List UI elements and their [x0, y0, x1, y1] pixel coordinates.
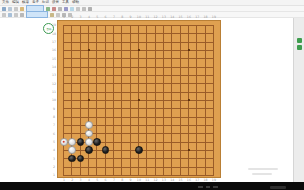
black-stone[interactable] — [77, 155, 85, 163]
workspace: 围棋 12345678910111213141516171819 1918171… — [0, 18, 304, 182]
toolbar-icon[interactable] — [52, 7, 56, 11]
coordinate-label: 12 — [154, 178, 158, 182]
star-point — [188, 99, 190, 101]
coordinate-label: 4 — [88, 178, 90, 182]
black-stone[interactable] — [85, 146, 93, 154]
coordinate-label: 7 — [113, 15, 115, 19]
coordinate-label: 10 — [137, 15, 141, 19]
coordinate-label: 9 — [130, 178, 132, 182]
coordinate-label: 5 — [53, 140, 55, 144]
coordinate-label: 8 — [53, 115, 55, 119]
coordinate-label: 3 — [80, 178, 82, 182]
coordinate-label: 19 — [212, 178, 216, 182]
menu-item[interactable]: 文件 — [2, 0, 9, 5]
coordinate-label: 17 — [195, 178, 199, 182]
seal-label: 围棋 — [46, 27, 51, 30]
menu-item[interactable]: 工具 — [62, 0, 69, 5]
right-scroll-strip[interactable] — [293, 18, 304, 182]
bottom-bar-mark — [198, 186, 203, 188]
coordinate-label: 14 — [52, 65, 56, 69]
coordinate-label: 12 — [52, 82, 56, 86]
coordinate-label: 19 — [212, 15, 216, 19]
coordinate-label: 14 — [170, 15, 174, 19]
white-stone[interactable] — [85, 138, 93, 146]
coordinate-label: 5 — [96, 178, 98, 182]
toolbar-selected-chip-2[interactable] — [26, 11, 48, 18]
coordinate-label: 10 — [52, 98, 56, 102]
menu-item[interactable]: 帮助 — [72, 0, 79, 5]
coordinate-label: 15 — [179, 178, 183, 182]
toolbar-icon[interactable] — [8, 7, 12, 11]
black-stone[interactable] — [77, 138, 85, 146]
coordinate-label: 17 — [195, 15, 199, 19]
coordinate-label: 19 — [52, 23, 56, 27]
coordinate-label: 2 — [71, 178, 73, 182]
coordinate-label: 14 — [170, 178, 174, 182]
toolbar-icon[interactable] — [82, 7, 86, 11]
bottom-bar-mark — [206, 186, 210, 188]
coordinate-label: 1 — [63, 178, 65, 182]
coordinate-label: 7 — [53, 123, 55, 127]
bottom-black-bar — [0, 182, 304, 190]
coordinate-label: 18 — [204, 178, 208, 182]
watermark-mark — [248, 168, 278, 170]
coordinate-label: 1 — [53, 173, 55, 177]
coordinate-label: 12 — [154, 15, 158, 19]
toolbar-icon[interactable] — [76, 7, 80, 11]
coordinate-label: 2 — [53, 165, 55, 169]
coordinate-label: 4 — [88, 15, 90, 19]
coordinate-label: 3 — [80, 15, 82, 19]
star-point — [188, 149, 190, 151]
bottom-bar-mark — [213, 186, 218, 188]
white-stone[interactable] — [85, 130, 93, 138]
white-stone[interactable] — [68, 138, 76, 146]
toolbar-icon[interactable] — [50, 13, 54, 17]
coordinate-label: 15 — [52, 57, 56, 61]
coordinate-label: 13 — [162, 178, 166, 182]
star-point — [88, 99, 90, 101]
white-stone[interactable] — [68, 146, 76, 154]
toolbar-icon[interactable] — [20, 13, 24, 17]
coordinate-label: 6 — [105, 178, 107, 182]
coordinate-label: 13 — [52, 73, 56, 77]
toolbar-icon[interactable] — [20, 7, 24, 11]
board-stones-layer[interactable] — [63, 25, 214, 176]
watermark-mark — [252, 173, 272, 175]
coordinate-label: 17 — [52, 40, 56, 44]
coordinate-label: 9 — [130, 15, 132, 19]
coordinate-label: 18 — [52, 32, 56, 36]
toolbar-icon[interactable] — [64, 7, 68, 11]
black-stone[interactable] — [102, 146, 110, 154]
menu-item[interactable]: 设置 — [52, 0, 59, 5]
toolbar-icon[interactable] — [70, 7, 74, 11]
coordinate-label: 11 — [52, 90, 56, 94]
toolbar-icon[interactable] — [2, 13, 6, 17]
last-move-marker — [63, 141, 66, 144]
toolbar-icon[interactable] — [14, 7, 18, 11]
toolbar-icon[interactable] — [88, 7, 92, 11]
panel-green-icon[interactable] — [297, 38, 302, 43]
coordinate-label: 16 — [187, 178, 191, 182]
white-stone[interactable] — [85, 121, 93, 129]
coordinate-label: 11 — [145, 178, 149, 182]
coordinate-label: 7 — [113, 178, 115, 182]
toolbar-icon[interactable] — [8, 13, 12, 17]
toolbar-icon[interactable] — [14, 13, 18, 17]
star-point — [88, 49, 90, 51]
coordinate-label: 9 — [53, 107, 55, 111]
star-point — [138, 99, 140, 101]
go-app-window: 文件编辑棋谱走子标记设置工具帮助 围棋 12345678910111213141… — [0, 0, 304, 190]
coordinate-label: 16 — [52, 48, 56, 52]
coordinate-label: 16 — [187, 15, 191, 19]
coordinate-label: 10 — [137, 178, 141, 182]
coordinate-label: 15 — [179, 15, 183, 19]
star-point — [138, 49, 140, 51]
coordinate-label: 18 — [204, 15, 208, 19]
coordinate-label: 3 — [53, 157, 55, 161]
coordinate-label: 8 — [121, 178, 123, 182]
menu-item[interactable]: 编辑 — [12, 0, 19, 5]
bottom-bar-controls[interactable] — [270, 186, 286, 189]
white-stone[interactable] — [60, 138, 68, 146]
coordinate-label: 13 — [162, 15, 166, 19]
coordinate-label: 11 — [145, 15, 149, 19]
coordinate-label: 8 — [121, 15, 123, 19]
coordinate-label: 2 — [71, 15, 73, 19]
toolbar-icon[interactable] — [58, 7, 62, 11]
coordinate-label: 4 — [53, 148, 55, 152]
coordinate-label: 1 — [63, 15, 65, 19]
coordinate-label: 6 — [53, 132, 55, 136]
black-stone[interactable] — [68, 155, 76, 163]
toolbar-icon[interactable] — [46, 7, 50, 11]
black-stone[interactable] — [135, 146, 143, 154]
star-point — [188, 49, 190, 51]
toolbar-icon[interactable] — [56, 13, 60, 17]
toolbar-icon[interactable] — [2, 7, 6, 11]
panel-green-icon[interactable] — [297, 45, 302, 50]
coordinate-label: 6 — [105, 15, 107, 19]
black-stone[interactable] — [93, 138, 101, 146]
coordinate-label: 5 — [96, 15, 98, 19]
